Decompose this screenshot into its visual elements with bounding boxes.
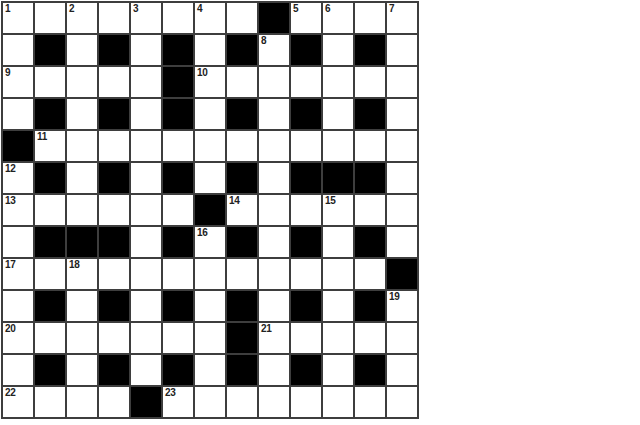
cell-r1c7[interactable]: 4 bbox=[195, 3, 225, 33]
cell-r4c1[interactable] bbox=[3, 99, 33, 129]
cell-r3c3[interactable] bbox=[67, 67, 97, 97]
cell-r13c12[interactable] bbox=[355, 387, 385, 417]
block-cell-r7c7 bbox=[195, 195, 225, 225]
cell-r3c10[interactable] bbox=[291, 67, 321, 97]
cell-r11c12[interactable] bbox=[355, 323, 385, 353]
cell-r3c1[interactable]: 9 bbox=[3, 67, 33, 97]
block-cell-r2c6 bbox=[163, 35, 193, 65]
cell-r2c1[interactable] bbox=[3, 35, 33, 65]
clue-number-13: 13 bbox=[5, 195, 16, 207]
block-cell-r6c4 bbox=[99, 163, 129, 193]
block-cell-r10c10 bbox=[291, 291, 321, 321]
cell-r12c7[interactable] bbox=[195, 355, 225, 385]
block-cell-r6c12 bbox=[355, 163, 385, 193]
cell-r11c9[interactable]: 21 bbox=[259, 323, 289, 353]
block-cell-r6c6 bbox=[163, 163, 193, 193]
cell-r7c8[interactable]: 14 bbox=[227, 195, 257, 225]
clue-number-21: 21 bbox=[261, 323, 272, 335]
cell-r7c11[interactable]: 15 bbox=[323, 195, 353, 225]
clue-number-17: 17 bbox=[5, 259, 16, 271]
clue-number-23: 23 bbox=[165, 387, 176, 399]
cell-r11c13[interactable] bbox=[387, 323, 417, 353]
block-cell-r10c6 bbox=[163, 291, 193, 321]
cell-r3c13[interactable] bbox=[387, 67, 417, 97]
clue-number-14: 14 bbox=[229, 195, 240, 207]
cell-r7c6[interactable] bbox=[163, 195, 193, 225]
cell-r3c2[interactable] bbox=[35, 67, 65, 97]
cell-r13c10[interactable] bbox=[291, 387, 321, 417]
clue-number-3: 3 bbox=[133, 3, 138, 15]
clue-number-18: 18 bbox=[69, 259, 80, 271]
cell-r11c3[interactable] bbox=[67, 323, 97, 353]
block-cell-r6c8 bbox=[227, 163, 257, 193]
cell-r13c13[interactable] bbox=[387, 387, 417, 417]
cell-r1c3[interactable]: 2 bbox=[67, 3, 97, 33]
cell-r2c11[interactable] bbox=[323, 35, 353, 65]
block-cell-r13c5 bbox=[131, 387, 161, 417]
cell-r5c12[interactable] bbox=[355, 131, 385, 161]
block-cell-r4c2 bbox=[35, 99, 65, 129]
cell-r5c5[interactable] bbox=[131, 131, 161, 161]
block-cell-r9c13 bbox=[387, 259, 417, 289]
cell-r1c5[interactable]: 3 bbox=[131, 3, 161, 33]
cell-r3c5[interactable] bbox=[131, 67, 161, 97]
cell-r9c7[interactable] bbox=[195, 259, 225, 289]
cell-r3c11[interactable] bbox=[323, 67, 353, 97]
block-cell-r10c2 bbox=[35, 291, 65, 321]
cell-r11c5[interactable] bbox=[131, 323, 161, 353]
cell-r8c11[interactable] bbox=[323, 227, 353, 257]
block-cell-r10c4 bbox=[99, 291, 129, 321]
cell-r7c12[interactable] bbox=[355, 195, 385, 225]
cell-r13c11[interactable] bbox=[323, 387, 353, 417]
cell-r4c13[interactable] bbox=[387, 99, 417, 129]
clue-number-16: 16 bbox=[197, 227, 208, 239]
block-cell-r12c8 bbox=[227, 355, 257, 385]
cell-r6c1[interactable]: 12 bbox=[3, 163, 33, 193]
cell-r9c5[interactable] bbox=[131, 259, 161, 289]
cell-r2c13[interactable] bbox=[387, 35, 417, 65]
clue-number-6: 6 bbox=[325, 3, 330, 15]
cell-r9c2[interactable] bbox=[35, 259, 65, 289]
cell-r11c2[interactable] bbox=[35, 323, 65, 353]
cell-r9c11[interactable] bbox=[323, 259, 353, 289]
cell-r8c1[interactable] bbox=[3, 227, 33, 257]
block-cell-r8c6 bbox=[163, 227, 193, 257]
block-cell-r6c11 bbox=[323, 163, 353, 193]
block-cell-r2c12 bbox=[355, 35, 385, 65]
cell-r7c2[interactable] bbox=[35, 195, 65, 225]
clue-number-15: 15 bbox=[325, 195, 336, 207]
block-cell-r8c2 bbox=[35, 227, 65, 257]
clue-number-4: 4 bbox=[197, 3, 202, 15]
cell-r10c7[interactable] bbox=[195, 291, 225, 321]
cell-r1c13[interactable]: 7 bbox=[387, 3, 417, 33]
clue-number-20: 20 bbox=[5, 323, 16, 335]
block-cell-r6c2 bbox=[35, 163, 65, 193]
cell-r13c8[interactable] bbox=[227, 387, 257, 417]
cell-r6c3[interactable] bbox=[67, 163, 97, 193]
cell-r5c8[interactable] bbox=[227, 131, 257, 161]
clue-number-19: 19 bbox=[389, 291, 400, 303]
block-cell-r6c10 bbox=[291, 163, 321, 193]
cell-r11c7[interactable] bbox=[195, 323, 225, 353]
cell-r10c13[interactable]: 19 bbox=[387, 291, 417, 321]
cell-r12c1[interactable] bbox=[3, 355, 33, 385]
cell-r5c3[interactable] bbox=[67, 131, 97, 161]
block-cell-r12c12 bbox=[355, 355, 385, 385]
cell-r7c13[interactable] bbox=[387, 195, 417, 225]
block-cell-r3c6 bbox=[163, 67, 193, 97]
cell-r3c9[interactable] bbox=[259, 67, 289, 97]
block-cell-r4c4 bbox=[99, 99, 129, 129]
cell-r5c2[interactable]: 11 bbox=[35, 131, 65, 161]
cell-r12c11[interactable] bbox=[323, 355, 353, 385]
crossword-grid: 1234567891011121314151617181920212223 bbox=[1, 1, 419, 419]
cell-r13c2[interactable] bbox=[35, 387, 65, 417]
cell-r1c2[interactable] bbox=[35, 3, 65, 33]
crossword-page: 1234567891011121314151617181920212223 bbox=[0, 0, 640, 425]
cell-r1c6[interactable] bbox=[163, 3, 193, 33]
cell-r10c1[interactable] bbox=[3, 291, 33, 321]
block-cell-r5c1 bbox=[3, 131, 33, 161]
cell-r9c10[interactable] bbox=[291, 259, 321, 289]
block-cell-r8c10 bbox=[291, 227, 321, 257]
cell-r9c1[interactable]: 17 bbox=[3, 259, 33, 289]
cell-r4c11[interactable] bbox=[323, 99, 353, 129]
block-cell-r12c10 bbox=[291, 355, 321, 385]
block-cell-r8c12 bbox=[355, 227, 385, 257]
cell-r7c4[interactable] bbox=[99, 195, 129, 225]
cell-r12c13[interactable] bbox=[387, 355, 417, 385]
block-cell-r2c2 bbox=[35, 35, 65, 65]
cell-r7c9[interactable] bbox=[259, 195, 289, 225]
cell-r7c10[interactable] bbox=[291, 195, 321, 225]
block-cell-r2c10 bbox=[291, 35, 321, 65]
cell-r5c4[interactable] bbox=[99, 131, 129, 161]
cell-r6c7[interactable] bbox=[195, 163, 225, 193]
cell-r5c10[interactable] bbox=[291, 131, 321, 161]
cell-r9c4[interactable] bbox=[99, 259, 129, 289]
cell-r5c9[interactable] bbox=[259, 131, 289, 161]
cell-r6c9[interactable] bbox=[259, 163, 289, 193]
cell-r11c4[interactable] bbox=[99, 323, 129, 353]
cell-r5c13[interactable] bbox=[387, 131, 417, 161]
block-cell-r12c4 bbox=[99, 355, 129, 385]
block-cell-r12c2 bbox=[35, 355, 65, 385]
block-cell-r12c6 bbox=[163, 355, 193, 385]
cell-r1c4[interactable] bbox=[99, 3, 129, 33]
cell-r11c6[interactable] bbox=[163, 323, 193, 353]
cell-r11c11[interactable] bbox=[323, 323, 353, 353]
block-cell-r4c12 bbox=[355, 99, 385, 129]
cell-r8c7[interactable]: 16 bbox=[195, 227, 225, 257]
clue-number-12: 12 bbox=[5, 163, 16, 175]
cell-r13c7[interactable] bbox=[195, 387, 225, 417]
cell-r12c9[interactable] bbox=[259, 355, 289, 385]
block-cell-r11c8 bbox=[227, 323, 257, 353]
cell-r8c13[interactable] bbox=[387, 227, 417, 257]
block-cell-r2c4 bbox=[99, 35, 129, 65]
clue-number-22: 22 bbox=[5, 387, 16, 399]
cell-r12c3[interactable] bbox=[67, 355, 97, 385]
cell-r2c3[interactable] bbox=[67, 35, 97, 65]
cell-r10c5[interactable] bbox=[131, 291, 161, 321]
cell-r3c7[interactable]: 10 bbox=[195, 67, 225, 97]
block-cell-r1c9 bbox=[259, 3, 289, 33]
cell-r9c12[interactable] bbox=[355, 259, 385, 289]
cell-r7c5[interactable] bbox=[131, 195, 161, 225]
cell-r1c10[interactable]: 5 bbox=[291, 3, 321, 33]
block-cell-r4c10 bbox=[291, 99, 321, 129]
cell-r5c6[interactable] bbox=[163, 131, 193, 161]
block-cell-r2c8 bbox=[227, 35, 257, 65]
clue-number-5: 5 bbox=[293, 3, 298, 15]
clue-number-10: 10 bbox=[197, 67, 208, 79]
block-cell-r8c4 bbox=[99, 227, 129, 257]
cell-r5c11[interactable] bbox=[323, 131, 353, 161]
cell-r9c8[interactable] bbox=[227, 259, 257, 289]
cell-r6c5[interactable] bbox=[131, 163, 161, 193]
cell-r4c7[interactable] bbox=[195, 99, 225, 129]
cell-r13c9[interactable] bbox=[259, 387, 289, 417]
block-cell-r10c8 bbox=[227, 291, 257, 321]
cell-r8c5[interactable] bbox=[131, 227, 161, 257]
clue-number-1: 1 bbox=[5, 3, 10, 15]
clue-number-2: 2 bbox=[69, 3, 74, 15]
block-cell-r10c12 bbox=[355, 291, 385, 321]
clue-number-9: 9 bbox=[5, 67, 10, 79]
cell-r10c11[interactable] bbox=[323, 291, 353, 321]
cell-r12c5[interactable] bbox=[131, 355, 161, 385]
clue-number-7: 7 bbox=[389, 3, 394, 15]
cell-r9c9[interactable] bbox=[259, 259, 289, 289]
cell-r6c13[interactable] bbox=[387, 163, 417, 193]
cell-r2c5[interactable] bbox=[131, 35, 161, 65]
cell-r4c5[interactable] bbox=[131, 99, 161, 129]
cell-r1c1[interactable]: 1 bbox=[3, 3, 33, 33]
cell-r7c1[interactable]: 13 bbox=[3, 195, 33, 225]
cell-r1c11[interactable]: 6 bbox=[323, 3, 353, 33]
clue-number-8: 8 bbox=[261, 35, 266, 47]
cell-r4c3[interactable] bbox=[67, 99, 97, 129]
cell-r2c9[interactable]: 8 bbox=[259, 35, 289, 65]
cell-r13c1[interactable]: 22 bbox=[3, 387, 33, 417]
cell-r3c4[interactable] bbox=[99, 67, 129, 97]
cell-r1c8[interactable] bbox=[227, 3, 257, 33]
cell-r10c3[interactable] bbox=[67, 291, 97, 321]
cell-r9c6[interactable] bbox=[163, 259, 193, 289]
block-cell-r4c8 bbox=[227, 99, 257, 129]
block-cell-r4c6 bbox=[163, 99, 193, 129]
cell-r9c3[interactable]: 18 bbox=[67, 259, 97, 289]
cell-r13c3[interactable] bbox=[67, 387, 97, 417]
cell-r13c4[interactable] bbox=[99, 387, 129, 417]
cell-r3c8[interactable] bbox=[227, 67, 257, 97]
cell-r13c6[interactable]: 23 bbox=[163, 387, 193, 417]
block-cell-r8c3 bbox=[67, 227, 97, 257]
cell-r10c9[interactable] bbox=[259, 291, 289, 321]
cell-r2c7[interactable] bbox=[195, 35, 225, 65]
cell-r5c7[interactable] bbox=[195, 131, 225, 161]
cell-r4c9[interactable] bbox=[259, 99, 289, 129]
cell-r1c12[interactable] bbox=[355, 3, 385, 33]
cell-r3c12[interactable] bbox=[355, 67, 385, 97]
block-cell-r8c8 bbox=[227, 227, 257, 257]
clue-number-11: 11 bbox=[37, 131, 47, 143]
cell-r11c1[interactable]: 20 bbox=[3, 323, 33, 353]
cell-r8c9[interactable] bbox=[259, 227, 289, 257]
cell-r11c10[interactable] bbox=[291, 323, 321, 353]
cell-r7c3[interactable] bbox=[67, 195, 97, 225]
